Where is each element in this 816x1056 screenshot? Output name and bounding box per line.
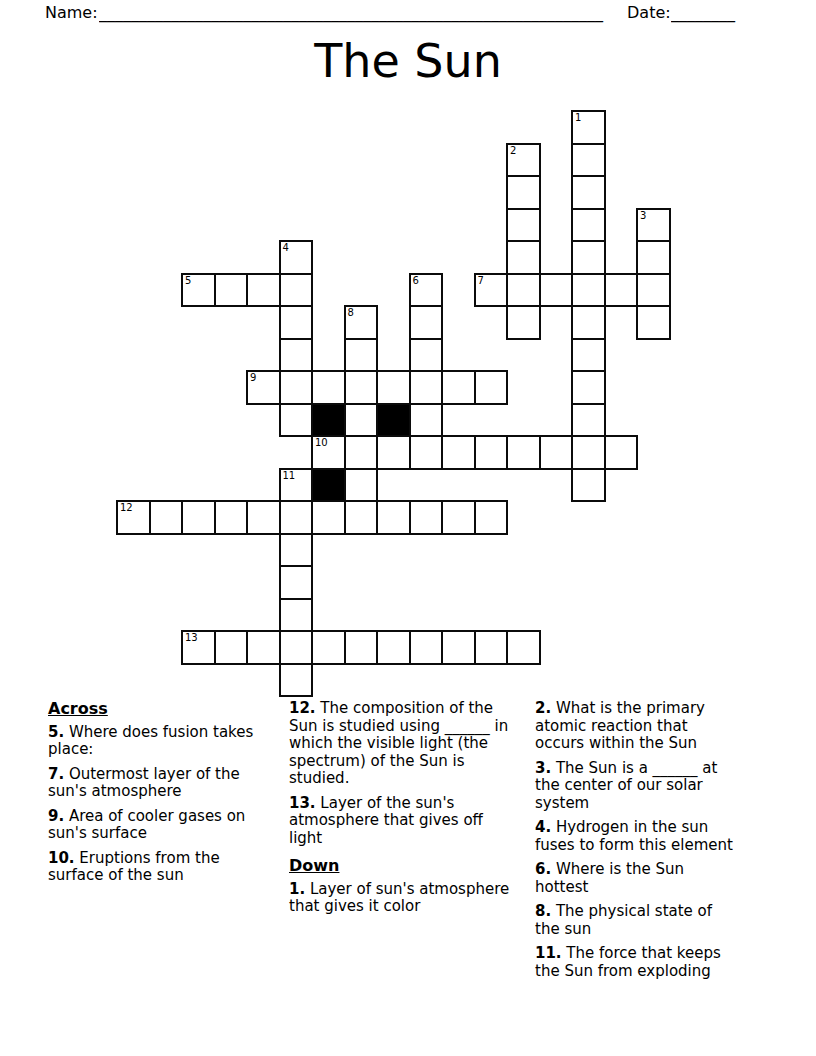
grid-cell[interactable] [344, 338, 379, 373]
clues-column-middle: 12. The composition of the Sun is studie… [289, 700, 517, 923]
clue-number-label: 5. [48, 723, 64, 741]
clues-column-left: Across5. Where does fusion takes place:7… [48, 700, 259, 892]
grid-cell[interactable] [279, 663, 314, 698]
grid-cell[interactable] [474, 500, 509, 535]
grid-cell[interactable] [246, 630, 281, 665]
cell-number: 7 [478, 275, 484, 286]
grid-cell[interactable] [279, 338, 314, 373]
grid-cell[interactable] [604, 435, 639, 470]
clue-number-label: 9. [48, 807, 64, 825]
grid-cell[interactable]: 5 [181, 273, 216, 308]
grid-cell[interactable] [181, 500, 216, 535]
name-label: Name: [45, 3, 98, 23]
grid-cell[interactable] [636, 240, 671, 275]
date-blank-line: ________ [671, 3, 740, 23]
clue-number-label: 10. [48, 849, 75, 867]
grid-cell[interactable] [506, 435, 541, 470]
black-cell [311, 468, 346, 503]
grid-cell[interactable] [604, 273, 639, 308]
grid-cell[interactable] [344, 403, 379, 438]
name-blank-line: ________________________________________… [99, 3, 606, 23]
grid-cell[interactable] [636, 305, 671, 340]
grid-cell[interactable] [311, 630, 346, 665]
clue-down-6: 6. Where is the Sun hottest [535, 861, 739, 896]
grid-cell[interactable] [376, 630, 411, 665]
grid-cell[interactable] [344, 468, 379, 503]
grid-cell[interactable] [279, 630, 314, 665]
black-cell [311, 403, 346, 438]
clue-number-label: 7. [48, 765, 64, 783]
cell-number: 4 [283, 242, 289, 253]
grid-cell[interactable] [311, 370, 346, 405]
grid-cell[interactable] [506, 240, 541, 275]
clue-number-label: 2. [535, 699, 551, 717]
grid-cell[interactable] [571, 175, 606, 210]
grid-cell[interactable] [506, 305, 541, 340]
grid-cell[interactable] [441, 435, 476, 470]
grid-cell[interactable] [571, 208, 606, 243]
grid-cell[interactable] [344, 435, 379, 470]
date-label: Date: [627, 3, 671, 23]
grid-cell[interactable] [279, 370, 314, 405]
grid-cell[interactable] [409, 338, 444, 373]
grid-cell[interactable] [149, 500, 184, 535]
clue-down-4: 4. Hydrogen in the sun fuses to form thi… [535, 819, 739, 854]
grid-cell[interactable] [409, 403, 444, 438]
grid-cell[interactable] [279, 500, 314, 535]
cell-number: 3 [640, 210, 646, 221]
grid-cell[interactable] [506, 175, 541, 210]
grid-cell[interactable] [279, 533, 314, 568]
grid-cell[interactable]: 12 [116, 500, 151, 535]
grid-cell[interactable] [279, 598, 314, 633]
grid-cell[interactable] [474, 435, 509, 470]
grid-cell[interactable] [344, 500, 379, 535]
clue-down-1: 1. Layer of sun's atmosphere that gives … [289, 881, 517, 916]
cell-number: 2 [510, 145, 516, 156]
grid-cell[interactable] [344, 370, 379, 405]
grid-cell[interactable] [344, 630, 379, 665]
clue-across-13: 13. Layer of the sun's atmosphere that g… [289, 795, 517, 848]
cell-number: 8 [348, 307, 354, 318]
clue-number-label: 3. [535, 759, 551, 777]
cell-number: 12 [120, 502, 133, 513]
clue-down-2: 2. What is the primary atomic reaction t… [535, 700, 739, 753]
grid-cell[interactable]: 7 [474, 273, 509, 308]
grid-cell[interactable] [571, 403, 606, 438]
clue-number-label: 13. [289, 794, 316, 812]
grid-cell[interactable]: 6 [409, 273, 444, 308]
grid-cell[interactable] [214, 500, 249, 535]
grid-cell[interactable]: 11 [279, 468, 314, 503]
grid-cell[interactable] [571, 338, 606, 373]
grid-cell[interactable] [279, 403, 314, 438]
page-title: The Sun [0, 33, 816, 89]
clue-down-3: 3. The Sun is a ______ at the center of … [535, 760, 739, 813]
grid-cell[interactable] [214, 273, 249, 308]
clue-down-8: 8. The physical state of the sun [535, 903, 739, 938]
grid-cell[interactable] [409, 500, 444, 535]
clue-number-label: 8. [535, 902, 551, 920]
cell-number: 1 [575, 112, 581, 123]
grid-cell[interactable] [506, 208, 541, 243]
clue-across-12: 12. The composition of the Sun is studie… [289, 700, 517, 788]
grid-cell[interactable]: 1 [571, 110, 606, 145]
cell-number: 6 [413, 275, 419, 286]
grid-cell[interactable] [246, 500, 281, 535]
across-heading: Across [48, 700, 259, 718]
grid-cell[interactable] [376, 435, 411, 470]
grid-cell[interactable] [279, 305, 314, 340]
clue-across-7: 7. Outermost layer of the sun's atmosphe… [48, 766, 259, 801]
grid-cell[interactable] [409, 370, 444, 405]
grid-cell[interactable] [474, 370, 509, 405]
grid-cell[interactable] [571, 143, 606, 178]
grid-cell[interactable] [506, 273, 541, 308]
cell-number: 10 [315, 437, 328, 448]
grid-cell[interactable] [246, 273, 281, 308]
grid-cell[interactable] [539, 435, 574, 470]
grid-cell[interactable] [571, 240, 606, 275]
cell-number: 13 [185, 632, 198, 643]
grid-cell[interactable]: 3 [636, 208, 671, 243]
grid-cell[interactable] [539, 273, 574, 308]
cell-number: 11 [283, 470, 296, 481]
clue-across-9: 9. Area of cooler gases on sun's surface [48, 808, 259, 843]
cell-number: 9 [250, 372, 256, 383]
grid-cell[interactable] [279, 565, 314, 600]
clue-across-5: 5. Where does fusion takes place: [48, 724, 259, 759]
clue-number-label: 1. [289, 880, 305, 898]
grid-cell[interactable] [409, 630, 444, 665]
grid-cell[interactable] [506, 630, 541, 665]
grid-cell[interactable] [441, 500, 476, 535]
grid-cell[interactable]: 2 [506, 143, 541, 178]
grid-cell[interactable] [571, 435, 606, 470]
grid-cell[interactable] [311, 500, 346, 535]
grid-cell[interactable] [571, 468, 606, 503]
grid-cell[interactable] [409, 435, 444, 470]
clue-number-label: 6. [535, 860, 551, 878]
black-cell [376, 403, 411, 438]
grid-cell[interactable] [376, 500, 411, 535]
grid-cell[interactable] [441, 370, 476, 405]
grid-cell[interactable] [474, 630, 509, 665]
grid-cell[interactable] [214, 630, 249, 665]
grid-cell[interactable]: 4 [279, 240, 314, 275]
grid-cell[interactable]: 9 [246, 370, 281, 405]
down-heading: Down [289, 857, 517, 875]
grid-cell[interactable] [279, 273, 314, 308]
grid-cell[interactable]: 10 [311, 435, 346, 470]
grid-cell[interactable] [571, 370, 606, 405]
clue-number-label: 11. [535, 944, 562, 962]
clue-number-label: 12. [289, 699, 316, 717]
clues-column-right: 2. What is the primary atomic reaction t… [535, 700, 739, 987]
grid-cell[interactable]: 13 [181, 630, 216, 665]
clue-across-10: 10. Eruptions from the surface of the su… [48, 850, 259, 885]
grid-cell[interactable] [571, 305, 606, 340]
grid-cell[interactable] [636, 273, 671, 308]
grid-cell[interactable] [409, 305, 444, 340]
clue-number-label: 4. [535, 818, 551, 836]
grid-cell[interactable] [441, 630, 476, 665]
grid-cell[interactable] [571, 273, 606, 308]
cell-number: 5 [185, 275, 191, 286]
crossword-grid: 12345678910111213 [116, 110, 669, 695]
clue-down-11: 11. The force that keeps the Sun from ex… [535, 945, 739, 980]
grid-cell[interactable]: 8 [344, 305, 379, 340]
grid-cell[interactable] [376, 370, 411, 405]
